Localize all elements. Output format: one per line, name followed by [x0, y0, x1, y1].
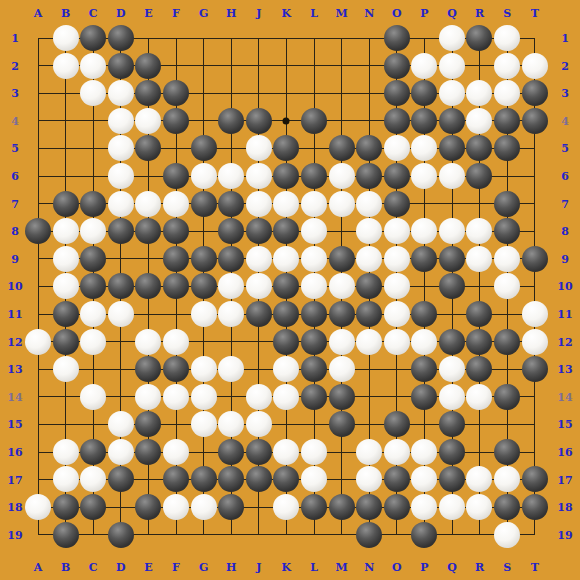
- intersection-B6[interactable]: [52, 162, 80, 190]
- black-stone-E13[interactable]: [135, 356, 161, 382]
- intersection-K1[interactable]: [273, 24, 301, 52]
- intersection-A19[interactable]: [24, 521, 52, 549]
- intersection-F3[interactable]: [162, 79, 190, 107]
- black-stone-P13[interactable]: [411, 356, 437, 382]
- black-stone-Q17[interactable]: [439, 466, 465, 492]
- intersection-A11[interactable]: [24, 300, 52, 328]
- white-stone-M10[interactable]: [329, 273, 355, 299]
- intersection-N4[interactable]: [355, 107, 383, 135]
- intersection-J9[interactable]: [245, 245, 273, 273]
- intersection-N2[interactable]: [355, 52, 383, 80]
- white-stone-K18[interactable]: [273, 494, 299, 520]
- intersection-S1[interactable]: [493, 24, 521, 52]
- black-stone-S14[interactable]: [494, 384, 520, 410]
- intersection-H17[interactable]: [217, 466, 245, 494]
- intersection-S5[interactable]: [493, 135, 521, 163]
- intersection-Q13[interactable]: [438, 355, 466, 383]
- intersection-A17[interactable]: [24, 466, 52, 494]
- intersection-P3[interactable]: [411, 79, 439, 107]
- black-stone-S12[interactable]: [494, 329, 520, 355]
- intersection-C9[interactable]: [79, 245, 107, 273]
- intersection-D3[interactable]: [107, 79, 135, 107]
- intersection-C17[interactable]: [79, 466, 107, 494]
- intersection-K9[interactable]: [273, 245, 301, 273]
- black-stone-R11[interactable]: [466, 301, 492, 327]
- black-stone-H18[interactable]: [218, 494, 244, 520]
- white-stone-G6[interactable]: [191, 163, 217, 189]
- intersection-B17[interactable]: [52, 466, 80, 494]
- black-stone-J16[interactable]: [246, 439, 272, 465]
- intersection-L14[interactable]: [300, 383, 328, 411]
- intersection-C15[interactable]: [79, 411, 107, 439]
- black-stone-Q9[interactable]: [439, 246, 465, 272]
- intersection-J11[interactable]: [245, 300, 273, 328]
- black-stone-S7[interactable]: [494, 191, 520, 217]
- intersection-G17[interactable]: [190, 466, 218, 494]
- black-stone-T9[interactable]: [522, 246, 548, 272]
- intersection-B15[interactable]: [52, 411, 80, 439]
- intersection-B14[interactable]: [52, 383, 80, 411]
- intersection-H6[interactable]: [217, 162, 245, 190]
- black-stone-Q12[interactable]: [439, 329, 465, 355]
- intersection-R12[interactable]: [466, 328, 494, 356]
- intersection-S8[interactable]: [493, 217, 521, 245]
- black-stone-M18[interactable]: [329, 494, 355, 520]
- white-stone-N8[interactable]: [356, 218, 382, 244]
- intersection-L16[interactable]: [300, 438, 328, 466]
- intersection-G13[interactable]: [190, 355, 218, 383]
- black-stone-R13[interactable]: [466, 356, 492, 382]
- intersection-K17[interactable]: [273, 466, 301, 494]
- white-stone-S9[interactable]: [494, 246, 520, 272]
- white-stone-B1[interactable]: [53, 25, 79, 51]
- intersection-F11[interactable]: [162, 300, 190, 328]
- intersection-E1[interactable]: [135, 24, 163, 52]
- intersection-D8[interactable]: [107, 217, 135, 245]
- white-stone-E14[interactable]: [135, 384, 161, 410]
- white-stone-L16[interactable]: [301, 439, 327, 465]
- white-stone-S19[interactable]: [494, 522, 520, 548]
- intersection-N18[interactable]: [355, 493, 383, 521]
- black-stone-Q15[interactable]: [439, 411, 465, 437]
- white-stone-L10[interactable]: [301, 273, 327, 299]
- black-stone-G7[interactable]: [191, 191, 217, 217]
- intersection-P12[interactable]: [411, 328, 439, 356]
- black-stone-T18[interactable]: [522, 494, 548, 520]
- intersection-H9[interactable]: [217, 245, 245, 273]
- intersection-C14[interactable]: [79, 383, 107, 411]
- intersection-F6[interactable]: [162, 162, 190, 190]
- intersection-O9[interactable]: [383, 245, 411, 273]
- black-stone-C10[interactable]: [80, 273, 106, 299]
- intersection-O4[interactable]: [383, 107, 411, 135]
- intersection-F19[interactable]: [162, 521, 190, 549]
- black-stone-N19[interactable]: [356, 522, 382, 548]
- intersection-H12[interactable]: [217, 328, 245, 356]
- white-stone-M7[interactable]: [329, 191, 355, 217]
- intersection-B9[interactable]: [52, 245, 80, 273]
- intersection-G7[interactable]: [190, 190, 218, 218]
- black-stone-K5[interactable]: [273, 135, 299, 161]
- white-stone-R8[interactable]: [466, 218, 492, 244]
- intersection-C6[interactable]: [79, 162, 107, 190]
- intersection-L8[interactable]: [300, 217, 328, 245]
- white-stone-K13[interactable]: [273, 356, 299, 382]
- intersection-J13[interactable]: [245, 355, 273, 383]
- intersection-L19[interactable]: [300, 521, 328, 549]
- white-stone-B10[interactable]: [53, 273, 79, 299]
- intersection-L6[interactable]: [300, 162, 328, 190]
- black-stone-C7[interactable]: [80, 191, 106, 217]
- intersection-N15[interactable]: [355, 411, 383, 439]
- white-stone-S3[interactable]: [494, 80, 520, 106]
- intersection-H1[interactable]: [217, 24, 245, 52]
- intersection-J17[interactable]: [245, 466, 273, 494]
- white-stone-S1[interactable]: [494, 25, 520, 51]
- intersection-K10[interactable]: [273, 273, 301, 301]
- intersection-N12[interactable]: [355, 328, 383, 356]
- white-stone-H6[interactable]: [218, 163, 244, 189]
- intersection-A14[interactable]: [24, 383, 52, 411]
- black-stone-T17[interactable]: [522, 466, 548, 492]
- black-stone-N5[interactable]: [356, 135, 382, 161]
- intersection-B12[interactable]: [52, 328, 80, 356]
- intersection-Q5[interactable]: [438, 135, 466, 163]
- white-stone-L7[interactable]: [301, 191, 327, 217]
- intersection-L7[interactable]: [300, 190, 328, 218]
- intersection-M2[interactable]: [328, 52, 356, 80]
- white-stone-P17[interactable]: [411, 466, 437, 492]
- intersection-F13[interactable]: [162, 355, 190, 383]
- intersection-O2[interactable]: [383, 52, 411, 80]
- black-stone-F6[interactable]: [163, 163, 189, 189]
- intersection-D16[interactable]: [107, 438, 135, 466]
- intersection-M9[interactable]: [328, 245, 356, 273]
- black-stone-Q16[interactable]: [439, 439, 465, 465]
- black-stone-J17[interactable]: [246, 466, 272, 492]
- intersection-K18[interactable]: [273, 493, 301, 521]
- white-stone-N16[interactable]: [356, 439, 382, 465]
- intersection-G4[interactable]: [190, 107, 218, 135]
- intersection-S15[interactable]: [493, 411, 521, 439]
- intersection-B1[interactable]: [52, 24, 80, 52]
- white-stone-O16[interactable]: [384, 439, 410, 465]
- intersection-J2[interactable]: [245, 52, 273, 80]
- intersection-T10[interactable]: [521, 273, 549, 301]
- intersection-J19[interactable]: [245, 521, 273, 549]
- white-stone-J10[interactable]: [246, 273, 272, 299]
- white-stone-Q1[interactable]: [439, 25, 465, 51]
- intersection-C5[interactable]: [79, 135, 107, 163]
- intersection-P1[interactable]: [411, 24, 439, 52]
- white-stone-F7[interactable]: [163, 191, 189, 217]
- intersection-K3[interactable]: [273, 79, 301, 107]
- intersection-D2[interactable]: [107, 52, 135, 80]
- black-stone-G9[interactable]: [191, 246, 217, 272]
- black-stone-O15[interactable]: [384, 411, 410, 437]
- white-stone-R14[interactable]: [466, 384, 492, 410]
- white-stone-S10[interactable]: [494, 273, 520, 299]
- intersection-E7[interactable]: [135, 190, 163, 218]
- black-stone-S18[interactable]: [494, 494, 520, 520]
- white-stone-L8[interactable]: [301, 218, 327, 244]
- intersection-Q16[interactable]: [438, 438, 466, 466]
- intersection-S13[interactable]: [493, 355, 521, 383]
- white-stone-J6[interactable]: [246, 163, 272, 189]
- black-stone-G10[interactable]: [191, 273, 217, 299]
- intersection-T11[interactable]: [521, 300, 549, 328]
- white-stone-D11[interactable]: [108, 301, 134, 327]
- intersection-T7[interactable]: [521, 190, 549, 218]
- black-stone-Q10[interactable]: [439, 273, 465, 299]
- black-stone-E3[interactable]: [135, 80, 161, 106]
- intersection-R11[interactable]: [466, 300, 494, 328]
- intersection-P10[interactable]: [411, 273, 439, 301]
- intersection-S18[interactable]: [493, 493, 521, 521]
- black-stone-M5[interactable]: [329, 135, 355, 161]
- intersection-T13[interactable]: [521, 355, 549, 383]
- intersection-J6[interactable]: [245, 162, 273, 190]
- intersection-C4[interactable]: [79, 107, 107, 135]
- intersection-O10[interactable]: [383, 273, 411, 301]
- intersection-D1[interactable]: [107, 24, 135, 52]
- intersection-J5[interactable]: [245, 135, 273, 163]
- black-stone-H16[interactable]: [218, 439, 244, 465]
- white-stone-D4[interactable]: [108, 108, 134, 134]
- intersection-J12[interactable]: [245, 328, 273, 356]
- intersection-H19[interactable]: [217, 521, 245, 549]
- white-stone-P6[interactable]: [411, 163, 437, 189]
- intersection-G9[interactable]: [190, 245, 218, 273]
- white-stone-H10[interactable]: [218, 273, 244, 299]
- black-stone-L12[interactable]: [301, 329, 327, 355]
- intersection-D5[interactable]: [107, 135, 135, 163]
- intersection-L13[interactable]: [300, 355, 328, 383]
- intersection-C12[interactable]: [79, 328, 107, 356]
- intersection-E2[interactable]: [135, 52, 163, 80]
- intersection-P19[interactable]: [411, 521, 439, 549]
- intersection-S19[interactable]: [493, 521, 521, 549]
- intersection-P4[interactable]: [411, 107, 439, 135]
- white-stone-O11[interactable]: [384, 301, 410, 327]
- white-stone-A12[interactable]: [25, 329, 51, 355]
- white-stone-D16[interactable]: [108, 439, 134, 465]
- white-stone-E7[interactable]: [135, 191, 161, 217]
- intersection-B4[interactable]: [52, 107, 80, 135]
- black-stone-H7[interactable]: [218, 191, 244, 217]
- intersection-C13[interactable]: [79, 355, 107, 383]
- intersection-E5[interactable]: [135, 135, 163, 163]
- white-stone-H11[interactable]: [218, 301, 244, 327]
- intersection-G16[interactable]: [190, 438, 218, 466]
- intersection-L17[interactable]: [300, 466, 328, 494]
- white-stone-C11[interactable]: [80, 301, 106, 327]
- intersection-D19[interactable]: [107, 521, 135, 549]
- black-stone-B18[interactable]: [53, 494, 79, 520]
- white-stone-G14[interactable]: [191, 384, 217, 410]
- intersection-A16[interactable]: [24, 438, 52, 466]
- intersection-Q12[interactable]: [438, 328, 466, 356]
- white-stone-L17[interactable]: [301, 466, 327, 492]
- black-stone-Q5[interactable]: [439, 135, 465, 161]
- black-stone-D10[interactable]: [108, 273, 134, 299]
- white-stone-G13[interactable]: [191, 356, 217, 382]
- black-stone-N18[interactable]: [356, 494, 382, 520]
- black-stone-F3[interactable]: [163, 80, 189, 106]
- intersection-E8[interactable]: [135, 217, 163, 245]
- intersection-M4[interactable]: [328, 107, 356, 135]
- intersection-O16[interactable]: [383, 438, 411, 466]
- intersection-B13[interactable]: [52, 355, 80, 383]
- intersection-P14[interactable]: [411, 383, 439, 411]
- white-stone-P5[interactable]: [411, 135, 437, 161]
- intersection-D14[interactable]: [107, 383, 135, 411]
- intersection-N19[interactable]: [355, 521, 383, 549]
- intersection-S17[interactable]: [493, 466, 521, 494]
- intersection-R6[interactable]: [466, 162, 494, 190]
- intersection-A15[interactable]: [24, 411, 52, 439]
- intersection-B2[interactable]: [52, 52, 80, 80]
- intersection-A5[interactable]: [24, 135, 52, 163]
- intersection-K19[interactable]: [273, 521, 301, 549]
- intersection-J16[interactable]: [245, 438, 273, 466]
- white-stone-Q3[interactable]: [439, 80, 465, 106]
- intersection-M18[interactable]: [328, 493, 356, 521]
- intersection-G19[interactable]: [190, 521, 218, 549]
- intersection-D13[interactable]: [107, 355, 135, 383]
- black-stone-F9[interactable]: [163, 246, 189, 272]
- black-stone-E2[interactable]: [135, 53, 161, 79]
- intersection-A6[interactable]: [24, 162, 52, 190]
- white-stone-N7[interactable]: [356, 191, 382, 217]
- intersection-S14[interactable]: [493, 383, 521, 411]
- intersection-G18[interactable]: [190, 493, 218, 521]
- intersection-Q10[interactable]: [438, 273, 466, 301]
- intersection-G10[interactable]: [190, 273, 218, 301]
- black-stone-N11[interactable]: [356, 301, 382, 327]
- intersection-P16[interactable]: [411, 438, 439, 466]
- intersection-Q15[interactable]: [438, 411, 466, 439]
- intersection-G5[interactable]: [190, 135, 218, 163]
- intersection-H16[interactable]: [217, 438, 245, 466]
- black-stone-R5[interactable]: [466, 135, 492, 161]
- black-stone-O2[interactable]: [384, 53, 410, 79]
- black-stone-L13[interactable]: [301, 356, 327, 382]
- intersection-G14[interactable]: [190, 383, 218, 411]
- intersection-K12[interactable]: [273, 328, 301, 356]
- black-stone-M14[interactable]: [329, 384, 355, 410]
- white-stone-H13[interactable]: [218, 356, 244, 382]
- intersection-R10[interactable]: [466, 273, 494, 301]
- white-stone-J14[interactable]: [246, 384, 272, 410]
- white-stone-T11[interactable]: [522, 301, 548, 327]
- intersection-A18[interactable]: [24, 493, 52, 521]
- intersection-N9[interactable]: [355, 245, 383, 273]
- intersection-D10[interactable]: [107, 273, 135, 301]
- intersection-G12[interactable]: [190, 328, 218, 356]
- intersection-Q2[interactable]: [438, 52, 466, 80]
- intersection-Q6[interactable]: [438, 162, 466, 190]
- intersection-T17[interactable]: [521, 466, 549, 494]
- intersection-P11[interactable]: [411, 300, 439, 328]
- intersection-M17[interactable]: [328, 466, 356, 494]
- intersection-B5[interactable]: [52, 135, 80, 163]
- black-stone-S8[interactable]: [494, 218, 520, 244]
- white-stone-R4[interactable]: [466, 108, 492, 134]
- intersection-J14[interactable]: [245, 383, 273, 411]
- intersection-K8[interactable]: [273, 217, 301, 245]
- intersection-M3[interactable]: [328, 79, 356, 107]
- white-stone-Q2[interactable]: [439, 53, 465, 79]
- white-stone-B13[interactable]: [53, 356, 79, 382]
- black-stone-M9[interactable]: [329, 246, 355, 272]
- intersection-F12[interactable]: [162, 328, 190, 356]
- intersection-D12[interactable]: [107, 328, 135, 356]
- intersection-K2[interactable]: [273, 52, 301, 80]
- white-stone-B8[interactable]: [53, 218, 79, 244]
- black-stone-K12[interactable]: [273, 329, 299, 355]
- black-stone-G5[interactable]: [191, 135, 217, 161]
- intersection-T3[interactable]: [521, 79, 549, 107]
- intersection-K14[interactable]: [273, 383, 301, 411]
- intersection-L1[interactable]: [300, 24, 328, 52]
- black-stone-N6[interactable]: [356, 163, 382, 189]
- white-stone-Q8[interactable]: [439, 218, 465, 244]
- black-stone-T13[interactable]: [522, 356, 548, 382]
- intersection-G15[interactable]: [190, 411, 218, 439]
- intersection-Q3[interactable]: [438, 79, 466, 107]
- black-stone-L6[interactable]: [301, 163, 327, 189]
- intersection-L15[interactable]: [300, 411, 328, 439]
- intersection-C16[interactable]: [79, 438, 107, 466]
- intersection-P6[interactable]: [411, 162, 439, 190]
- intersection-L18[interactable]: [300, 493, 328, 521]
- white-stone-J15[interactable]: [246, 411, 272, 437]
- intersection-C10[interactable]: [79, 273, 107, 301]
- intersection-O14[interactable]: [383, 383, 411, 411]
- black-stone-S16[interactable]: [494, 439, 520, 465]
- intersection-A9[interactable]: [24, 245, 52, 273]
- white-stone-M13[interactable]: [329, 356, 355, 382]
- intersection-H14[interactable]: [217, 383, 245, 411]
- intersection-L3[interactable]: [300, 79, 328, 107]
- intersection-H13[interactable]: [217, 355, 245, 383]
- black-stone-K10[interactable]: [273, 273, 299, 299]
- white-stone-D6[interactable]: [108, 163, 134, 189]
- intersection-R3[interactable]: [466, 79, 494, 107]
- intersection-T1[interactable]: [521, 24, 549, 52]
- intersection-M8[interactable]: [328, 217, 356, 245]
- intersection-F10[interactable]: [162, 273, 190, 301]
- intersection-D11[interactable]: [107, 300, 135, 328]
- white-stone-C17[interactable]: [80, 466, 106, 492]
- intersection-N11[interactable]: [355, 300, 383, 328]
- white-stone-O10[interactable]: [384, 273, 410, 299]
- white-stone-Q14[interactable]: [439, 384, 465, 410]
- intersection-C19[interactable]: [79, 521, 107, 549]
- intersection-G3[interactable]: [190, 79, 218, 107]
- white-stone-N9[interactable]: [356, 246, 382, 272]
- intersection-O12[interactable]: [383, 328, 411, 356]
- black-stone-M15[interactable]: [329, 411, 355, 437]
- black-stone-O3[interactable]: [384, 80, 410, 106]
- intersection-K13[interactable]: [273, 355, 301, 383]
- intersection-A12[interactable]: [24, 328, 52, 356]
- intersection-N8[interactable]: [355, 217, 383, 245]
- intersection-A13[interactable]: [24, 355, 52, 383]
- intersection-R1[interactable]: [466, 24, 494, 52]
- white-stone-C14[interactable]: [80, 384, 106, 410]
